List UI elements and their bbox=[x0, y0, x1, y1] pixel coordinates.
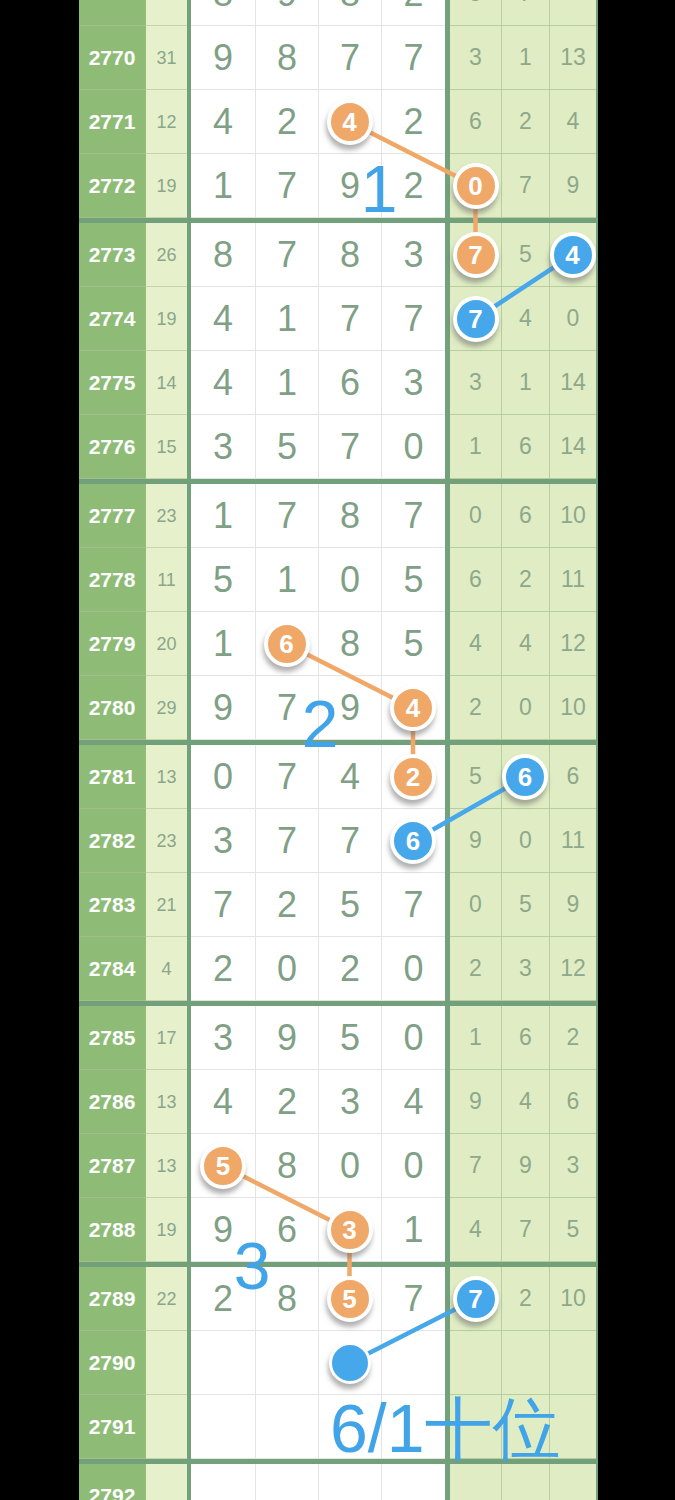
trend-row: 27892228577210 bbox=[79, 1267, 596, 1331]
digit-cell: 1 bbox=[255, 287, 318, 351]
stat-cell: 4 bbox=[450, 612, 501, 676]
digit-cell: 3 bbox=[381, 351, 445, 415]
stat-cell: 2 bbox=[450, 676, 501, 740]
period-cell: 2775 bbox=[79, 351, 145, 415]
period-cell: 2780 bbox=[79, 676, 145, 740]
trend-row: 2773268783754 bbox=[79, 223, 596, 287]
stat-cell bbox=[501, 1331, 549, 1395]
stat-cell: 9 bbox=[501, 1134, 549, 1198]
digit-cell: 9 bbox=[191, 26, 255, 90]
digit-cell: 6 bbox=[318, 351, 381, 415]
digit-cell: 9 bbox=[318, 154, 381, 218]
stat-cell: 2 bbox=[549, 1006, 596, 1070]
digit-cell: 7 bbox=[318, 287, 381, 351]
digit-cell: 0 bbox=[191, 745, 255, 809]
value-cell bbox=[145, 0, 187, 26]
digit-cell: 3 bbox=[318, 1070, 381, 1134]
stat-cell: 9 bbox=[450, 809, 501, 873]
period-cell: 2787 bbox=[79, 1134, 145, 1198]
trend-row: 898257 bbox=[79, 0, 596, 26]
stat-cell: 5 bbox=[450, 0, 501, 26]
value-cell: 4 bbox=[145, 937, 187, 1001]
digit-cell bbox=[381, 1395, 445, 1459]
stat-cell: 6 bbox=[501, 415, 549, 479]
value-cell: 22 bbox=[145, 1267, 187, 1331]
trend-table[interactable]: 8982572770319877311327711242426242772191… bbox=[79, 0, 598, 1500]
stat-cell: 6 bbox=[549, 1070, 596, 1134]
digit-cell: 6 bbox=[255, 612, 318, 676]
stat-cell bbox=[450, 1331, 501, 1395]
digit-cell: 0 bbox=[318, 548, 381, 612]
period-cell: 2792 bbox=[79, 1464, 145, 1500]
period-cell: 2774 bbox=[79, 287, 145, 351]
value-cell: 20 bbox=[145, 612, 187, 676]
digit-cell: 4 bbox=[318, 90, 381, 154]
stat-cell: 11 bbox=[549, 809, 596, 873]
stat-cell: 0 bbox=[450, 873, 501, 937]
stat-cell: 6 bbox=[450, 90, 501, 154]
stat-cell bbox=[549, 1464, 596, 1500]
stat-cell: 14 bbox=[549, 415, 596, 479]
digit-cell: 2 bbox=[381, 745, 445, 809]
stat-cell: 4 bbox=[450, 1198, 501, 1262]
trend-row: 2771124242624 bbox=[79, 90, 596, 154]
digit-cell: 8 bbox=[255, 26, 318, 90]
period-cell: 2776 bbox=[79, 415, 145, 479]
digit-cell: 2 bbox=[255, 873, 318, 937]
digit-cell: 8 bbox=[191, 0, 255, 26]
stat-cell: 12 bbox=[549, 937, 596, 1001]
digit-cell: 6 bbox=[381, 809, 445, 873]
stat-cell: 2 bbox=[501, 1267, 549, 1331]
stat-cell: 6 bbox=[450, 548, 501, 612]
digit-cell: 9 bbox=[255, 0, 318, 26]
digit-cell bbox=[381, 1464, 445, 1500]
digit-cell: 4 bbox=[381, 676, 445, 740]
digit-cell: 4 bbox=[381, 1070, 445, 1134]
digit-cell: 0 bbox=[381, 1006, 445, 1070]
digit-cell: 8 bbox=[255, 1267, 318, 1331]
digit-cell: 1 bbox=[255, 548, 318, 612]
period-cell: 2782 bbox=[79, 809, 145, 873]
digit-cell: 7 bbox=[318, 26, 381, 90]
digit-cell bbox=[255, 1464, 318, 1500]
trend-row: 2790 bbox=[79, 1331, 596, 1395]
stat-cell: 9 bbox=[549, 154, 596, 218]
digit-cell: 0 bbox=[381, 937, 445, 1001]
digit-cell: 8 bbox=[318, 484, 381, 548]
digit-cell: 7 bbox=[255, 809, 318, 873]
digit-cell: 6 bbox=[255, 1198, 318, 1262]
period-cell: 2789 bbox=[79, 1267, 145, 1331]
value-cell: 13 bbox=[145, 1134, 187, 1198]
trend-row: 27792016854412 bbox=[79, 612, 596, 676]
stat-cell: 2 bbox=[450, 937, 501, 1001]
digit-cell: 2 bbox=[318, 937, 381, 1001]
digit-cell: 7 bbox=[255, 223, 318, 287]
digit-cell: 7 bbox=[255, 154, 318, 218]
digit-cell: 4 bbox=[191, 1070, 255, 1134]
stat-cell: 11 bbox=[549, 548, 596, 612]
digit-cell bbox=[318, 1395, 381, 1459]
value-cell: 21 bbox=[145, 873, 187, 937]
digit-cell: 7 bbox=[381, 26, 445, 90]
digit-cell: 8 bbox=[318, 223, 381, 287]
stat-cell: 1 bbox=[450, 1006, 501, 1070]
digit-cell bbox=[318, 1331, 381, 1395]
period-cell: 2773 bbox=[79, 223, 145, 287]
digit-cell bbox=[191, 1331, 255, 1395]
digit-cell: 3 bbox=[191, 809, 255, 873]
stat-cell: 1 bbox=[501, 26, 549, 90]
digit-cell: 7 bbox=[318, 809, 381, 873]
digit-cell: 8 bbox=[255, 1134, 318, 1198]
stat-cell bbox=[549, 0, 596, 26]
stat-cell: 7 bbox=[501, 1198, 549, 1262]
stat-cell: 2 bbox=[501, 548, 549, 612]
stat-cell: 7 bbox=[501, 154, 549, 218]
digit-cell: 4 bbox=[191, 90, 255, 154]
stat-cell: 4 bbox=[501, 1070, 549, 1134]
stat-cell: 3 bbox=[450, 351, 501, 415]
stat-cell: 7 bbox=[450, 223, 501, 287]
digit-cell: 5 bbox=[191, 548, 255, 612]
stat-cell: 6 bbox=[501, 484, 549, 548]
digit-cell bbox=[191, 1395, 255, 1459]
stat-cell: 5 bbox=[501, 223, 549, 287]
stat-cell: 2 bbox=[501, 90, 549, 154]
digit-cell: 3 bbox=[191, 415, 255, 479]
digit-cell: 7 bbox=[318, 415, 381, 479]
value-cell bbox=[145, 1395, 187, 1459]
digit-cell: 5 bbox=[318, 873, 381, 937]
stat-cell: 7 bbox=[450, 1267, 501, 1331]
digit-cell bbox=[255, 1331, 318, 1395]
digit-cell: 2 bbox=[255, 1070, 318, 1134]
period-cell: 2788 bbox=[79, 1198, 145, 1262]
stat-cell: 3 bbox=[450, 26, 501, 90]
digit-cell: 7 bbox=[381, 484, 445, 548]
trend-row: 2788199631475 bbox=[79, 1198, 596, 1262]
digit-cell: 4 bbox=[191, 351, 255, 415]
value-cell: 23 bbox=[145, 484, 187, 548]
period-cell: 2781 bbox=[79, 745, 145, 809]
period-cell: 2791 bbox=[79, 1395, 145, 1459]
digit-cell: 0 bbox=[381, 1134, 445, 1198]
value-cell: 26 bbox=[145, 223, 187, 287]
stat-cell: 4 bbox=[549, 223, 596, 287]
trend-row: 27802997942010 bbox=[79, 676, 596, 740]
digit-cell: 0 bbox=[255, 937, 318, 1001]
digit-cell: 7 bbox=[191, 873, 255, 937]
stat-cell: 1 bbox=[450, 415, 501, 479]
stat-cell bbox=[501, 1464, 549, 1500]
stat-cell: 3 bbox=[549, 1134, 596, 1198]
digit-cell: 1 bbox=[381, 1198, 445, 1262]
trend-row: 2786134234946 bbox=[79, 1070, 596, 1134]
value-cell: 13 bbox=[145, 1070, 187, 1134]
trend-row: 27751441633114 bbox=[79, 351, 596, 415]
digit-cell: 5 bbox=[318, 1006, 381, 1070]
digit-cell: 5 bbox=[381, 548, 445, 612]
digit-cell: 9 bbox=[191, 676, 255, 740]
stat-cell: 10 bbox=[549, 484, 596, 548]
period-cell: 2777 bbox=[79, 484, 145, 548]
digit-cell: 7 bbox=[255, 676, 318, 740]
digit-cell: 3 bbox=[191, 1006, 255, 1070]
digit-cell bbox=[191, 1464, 255, 1500]
value-cell: 14 bbox=[145, 351, 187, 415]
stat-cell bbox=[501, 1395, 549, 1459]
digit-cell: 7 bbox=[381, 873, 445, 937]
digit-cell: 8 bbox=[318, 612, 381, 676]
digit-cell: 1 bbox=[255, 351, 318, 415]
stat-cell: 10 bbox=[549, 676, 596, 740]
stat-cell: 12 bbox=[549, 612, 596, 676]
digit-cell: 8 bbox=[318, 0, 381, 26]
digit-cell bbox=[381, 1331, 445, 1395]
value-cell: 19 bbox=[145, 1198, 187, 1262]
digit-cell: 0 bbox=[381, 415, 445, 479]
period-cell: 2785 bbox=[79, 1006, 145, 1070]
stat-cell: 9 bbox=[450, 1070, 501, 1134]
trend-row: 2792 bbox=[79, 1464, 596, 1500]
period-cell: 2786 bbox=[79, 1070, 145, 1134]
stat-cell: 7 bbox=[450, 287, 501, 351]
digit-cell: 2 bbox=[381, 154, 445, 218]
value-cell: 13 bbox=[145, 745, 187, 809]
value-cell: 29 bbox=[145, 676, 187, 740]
stat-cell: 3 bbox=[501, 937, 549, 1001]
trend-row: 2781130742566 bbox=[79, 745, 596, 809]
stat-cell: 1 bbox=[501, 351, 549, 415]
digit-cell: 9 bbox=[255, 1006, 318, 1070]
stat-cell: 4 bbox=[549, 90, 596, 154]
stat-cell: 5 bbox=[450, 745, 501, 809]
stat-cell bbox=[549, 1331, 596, 1395]
digit-cell: 8 bbox=[191, 223, 255, 287]
stat-cell: 4 bbox=[501, 612, 549, 676]
trend-row: 2772191792079 bbox=[79, 154, 596, 218]
trend-row: 27772317870610 bbox=[79, 484, 596, 548]
value-cell: 31 bbox=[145, 26, 187, 90]
digit-cell: 3 bbox=[318, 1198, 381, 1262]
digit-cell: 5 bbox=[381, 612, 445, 676]
stat-cell: 7 bbox=[501, 0, 549, 26]
digit-cell: 0 bbox=[318, 1134, 381, 1198]
digit-cell: 2 bbox=[381, 90, 445, 154]
trend-row: 27703198773113 bbox=[79, 26, 596, 90]
period-cell: 2772 bbox=[79, 154, 145, 218]
digit-cell: 1 bbox=[191, 154, 255, 218]
digit-cell: 1 bbox=[191, 612, 255, 676]
stat-cell: 7 bbox=[450, 1134, 501, 1198]
stat-cell: 5 bbox=[549, 1198, 596, 1262]
stat-cell: 0 bbox=[501, 809, 549, 873]
digit-cell: 5 bbox=[191, 1134, 255, 1198]
trend-row: 2787135800793 bbox=[79, 1134, 596, 1198]
digit-cell: 4 bbox=[318, 745, 381, 809]
stat-cell bbox=[549, 1395, 596, 1459]
period-cell: 2790 bbox=[79, 1331, 145, 1395]
digit-cell: 3 bbox=[381, 223, 445, 287]
digit-cell: 9 bbox=[318, 676, 381, 740]
stat-cell: 13 bbox=[549, 26, 596, 90]
period-cell: 2770 bbox=[79, 26, 145, 90]
value-cell: 19 bbox=[145, 287, 187, 351]
stat-cell: 9 bbox=[549, 873, 596, 937]
stat-cell bbox=[450, 1395, 501, 1459]
stat-cell: 6 bbox=[549, 745, 596, 809]
stat-cell: 0 bbox=[450, 484, 501, 548]
stat-cell bbox=[450, 1464, 501, 1500]
value-cell bbox=[145, 1464, 187, 1500]
digit-cell: 2 bbox=[191, 1267, 255, 1331]
digit-cell: 9 bbox=[191, 1198, 255, 1262]
stat-cell: 6 bbox=[501, 1006, 549, 1070]
stat-cell: 4 bbox=[501, 287, 549, 351]
value-cell: 11 bbox=[145, 548, 187, 612]
period-cell: 2784 bbox=[79, 937, 145, 1001]
digit-cell: 5 bbox=[318, 1267, 381, 1331]
digit-cell: 2 bbox=[191, 937, 255, 1001]
lottery-trend-chart-screen: 8982572770319877311327711242426242772191… bbox=[0, 0, 675, 1500]
period-cell: 2778 bbox=[79, 548, 145, 612]
value-cell bbox=[145, 1331, 187, 1395]
stat-cell: 0 bbox=[549, 287, 596, 351]
digit-cell: 2 bbox=[381, 0, 445, 26]
stat-cell: 10 bbox=[549, 1267, 596, 1331]
stat-cell: 0 bbox=[501, 676, 549, 740]
digit-cell: 1 bbox=[191, 484, 255, 548]
trend-row: 2774194177740 bbox=[79, 287, 596, 351]
digit-cell bbox=[318, 1464, 381, 1500]
period-cell bbox=[79, 0, 145, 26]
trend-row: 27781151056211 bbox=[79, 548, 596, 612]
value-cell: 17 bbox=[145, 1006, 187, 1070]
trend-row: 2784420202312 bbox=[79, 937, 596, 1001]
value-cell: 12 bbox=[145, 90, 187, 154]
stat-cell: 14 bbox=[549, 351, 596, 415]
value-cell: 23 bbox=[145, 809, 187, 873]
period-cell: 2779 bbox=[79, 612, 145, 676]
period-cell: 2771 bbox=[79, 90, 145, 154]
trend-row: 2791 bbox=[79, 1395, 596, 1459]
digit-cell bbox=[255, 1395, 318, 1459]
stat-cell: 0 bbox=[450, 154, 501, 218]
period-cell: 2783 bbox=[79, 873, 145, 937]
trend-row: 2785173950162 bbox=[79, 1006, 596, 1070]
digit-cell: 7 bbox=[255, 484, 318, 548]
trend-row: 27822337769011 bbox=[79, 809, 596, 873]
digit-cell: 5 bbox=[255, 415, 318, 479]
stat-cell: 6 bbox=[501, 745, 549, 809]
trend-row: 27761535701614 bbox=[79, 415, 596, 479]
digit-cell: 7 bbox=[381, 287, 445, 351]
digit-cell: 2 bbox=[255, 90, 318, 154]
digit-cell: 4 bbox=[191, 287, 255, 351]
trend-row: 2783217257059 bbox=[79, 873, 596, 937]
digit-cell: 7 bbox=[255, 745, 318, 809]
value-cell: 15 bbox=[145, 415, 187, 479]
digit-cell: 7 bbox=[381, 1267, 445, 1331]
value-cell: 19 bbox=[145, 154, 187, 218]
stat-cell: 5 bbox=[501, 873, 549, 937]
